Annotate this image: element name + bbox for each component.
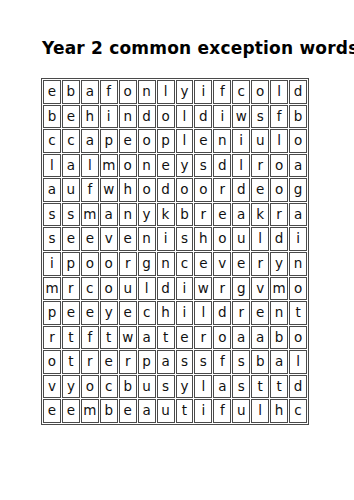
grid-cell[interactable]: f bbox=[81, 178, 99, 202]
grid-cell[interactable]: d bbox=[232, 178, 250, 202]
grid-cell[interactable]: v bbox=[251, 277, 269, 301]
grid-cell[interactable]: a bbox=[138, 399, 156, 423]
grid-cell[interactable]: g bbox=[289, 178, 307, 202]
grid-cell[interactable]: c bbox=[100, 375, 118, 399]
grid-cell[interactable]: d bbox=[213, 301, 231, 325]
grid-cell[interactable]: e bbox=[43, 399, 61, 423]
grid-cell[interactable]: o bbox=[289, 129, 307, 153]
grid-cell[interactable]: e bbox=[176, 326, 194, 350]
grid-cell[interactable]: u bbox=[62, 178, 80, 202]
grid-cell[interactable]: o bbox=[289, 277, 307, 301]
grid-cell[interactable]: o bbox=[289, 326, 307, 350]
grid-cell[interactable]: r bbox=[270, 203, 288, 227]
grid-cell[interactable]: r bbox=[119, 252, 137, 276]
grid-cell[interactable]: e bbox=[119, 301, 137, 325]
grid-cell[interactable]: n bbox=[157, 252, 175, 276]
grid-cell[interactable]: t bbox=[289, 301, 307, 325]
grid-cell[interactable]: n bbox=[119, 105, 137, 129]
grid-cell[interactable]: y bbox=[176, 80, 194, 104]
grid-cell[interactable]: c bbox=[62, 129, 80, 153]
grid-cell[interactable]: c bbox=[289, 399, 307, 423]
grid-cell[interactable]: y bbox=[100, 301, 118, 325]
grid-cell[interactable]: u bbox=[119, 277, 137, 301]
grid-cell[interactable]: y bbox=[138, 203, 156, 227]
grid-cell[interactable]: o bbox=[270, 154, 288, 178]
grid-cell[interactable]: a bbox=[138, 326, 156, 350]
grid-cell[interactable]: w bbox=[194, 277, 212, 301]
grid-cell[interactable]: l bbox=[138, 277, 156, 301]
grid-cell[interactable]: o bbox=[213, 227, 231, 251]
grid-cell[interactable]: l bbox=[176, 129, 194, 153]
grid-cell[interactable]: a bbox=[289, 154, 307, 178]
grid-cell[interactable]: l bbox=[270, 80, 288, 104]
grid-cell[interactable]: n bbox=[270, 301, 288, 325]
grid-cell[interactable]: w bbox=[119, 326, 137, 350]
grid-cell[interactable]: e bbox=[232, 252, 250, 276]
grid-cell[interactable]: f bbox=[100, 80, 118, 104]
grid-cell[interactable]: y bbox=[176, 375, 194, 399]
grid-cell[interactable]: o bbox=[100, 252, 118, 276]
grid-cell[interactable]: n bbox=[138, 80, 156, 104]
grid-cell[interactable]: l bbox=[232, 154, 250, 178]
grid-cell[interactable]: o bbox=[43, 350, 61, 374]
grid-cell[interactable]: e bbox=[62, 227, 80, 251]
grid-cell[interactable]: s bbox=[176, 350, 194, 374]
grid-cell[interactable]: b bbox=[176, 203, 194, 227]
grid-cell[interactable]: r bbox=[213, 277, 231, 301]
grid-cell[interactable]: a bbox=[232, 326, 250, 350]
grid-cell[interactable]: e bbox=[194, 252, 212, 276]
grid-cell[interactable]: r bbox=[81, 350, 99, 374]
grid-cell[interactable]: l bbox=[289, 350, 307, 374]
grid-cell[interactable]: e bbox=[62, 301, 80, 325]
grid-cell[interactable]: t bbox=[176, 399, 194, 423]
grid-cell[interactable]: e bbox=[157, 154, 175, 178]
grid-cell[interactable]: o bbox=[176, 178, 194, 202]
grid-cell[interactable]: h bbox=[194, 227, 212, 251]
grid-cell[interactable]: s bbox=[157, 375, 175, 399]
grid-cell[interactable]: o bbox=[81, 252, 99, 276]
grid-cell[interactable]: u bbox=[232, 227, 250, 251]
grid-cell[interactable]: c bbox=[43, 129, 61, 153]
grid-cell[interactable]: t bbox=[251, 375, 269, 399]
grid-cell[interactable]: s bbox=[251, 105, 269, 129]
grid-cell[interactable]: b bbox=[100, 399, 118, 423]
grid-cell[interactable]: u bbox=[138, 375, 156, 399]
grid-cell[interactable]: i bbox=[43, 252, 61, 276]
word-search-grid: ebafonlyifcoldbehindoldiwsfbccapeopleniu… bbox=[41, 78, 309, 425]
grid-cell[interactable]: r bbox=[194, 203, 212, 227]
grid-cell[interactable]: e bbox=[100, 350, 118, 374]
grid-cell[interactable]: v bbox=[213, 252, 231, 276]
grid-cell[interactable]: m bbox=[81, 399, 99, 423]
grid-cell[interactable]: l bbox=[251, 227, 269, 251]
grid-cell[interactable]: a bbox=[270, 350, 288, 374]
grid-cell[interactable]: k bbox=[157, 203, 175, 227]
grid-cell[interactable]: o bbox=[119, 154, 137, 178]
grid-cell[interactable]: e bbox=[119, 227, 137, 251]
grid-cell[interactable]: v bbox=[43, 375, 61, 399]
grid-cell[interactable]: i bbox=[176, 301, 194, 325]
grid-cell[interactable]: c bbox=[81, 277, 99, 301]
grid-cell[interactable]: a bbox=[81, 129, 99, 153]
puzzle-title: Year 2 common exception words bbox=[42, 38, 354, 58]
grid-cell[interactable]: o bbox=[138, 129, 156, 153]
grid-cell[interactable]: f bbox=[81, 326, 99, 350]
grid-cell[interactable]: t bbox=[100, 326, 118, 350]
grid-cell[interactable]: i bbox=[289, 227, 307, 251]
grid-cell[interactable]: c bbox=[176, 252, 194, 276]
grid-cell[interactable]: g bbox=[232, 277, 250, 301]
grid-cell[interactable]: f bbox=[213, 80, 231, 104]
grid-cell[interactable]: c bbox=[138, 301, 156, 325]
grid-cell[interactable]: a bbox=[62, 154, 80, 178]
grid-cell[interactable]: a bbox=[81, 80, 99, 104]
grid-cell[interactable]: h bbox=[119, 178, 137, 202]
grid-cell[interactable]: h bbox=[157, 301, 175, 325]
grid-cell[interactable]: e bbox=[81, 227, 99, 251]
grid-cell[interactable]: e bbox=[194, 129, 212, 153]
grid-cell[interactable]: d bbox=[157, 277, 175, 301]
grid-cell[interactable]: a bbox=[43, 178, 61, 202]
grid-cell[interactable]: l bbox=[251, 399, 269, 423]
grid-cell[interactable]: p bbox=[62, 252, 80, 276]
grid-cell[interactable]: n bbox=[289, 252, 307, 276]
grid-cell[interactable]: b bbox=[119, 375, 137, 399]
grid-cell[interactable]: e bbox=[251, 178, 269, 202]
grid-cell[interactable]: n bbox=[119, 203, 137, 227]
grid-cell[interactable]: d bbox=[138, 105, 156, 129]
grid-cell[interactable]: d bbox=[289, 80, 307, 104]
grid-cell[interactable]: p bbox=[138, 350, 156, 374]
grid-cell[interactable]: e bbox=[213, 203, 231, 227]
grid-cell[interactable]: o bbox=[138, 178, 156, 202]
grid-cell[interactable]: t bbox=[157, 326, 175, 350]
grid-cell[interactable]: t bbox=[270, 375, 288, 399]
grid-cell[interactable]: n bbox=[138, 227, 156, 251]
grid-cell[interactable]: f bbox=[213, 399, 231, 423]
grid-cell[interactable]: m bbox=[270, 277, 288, 301]
grid-cell[interactable]: i bbox=[176, 277, 194, 301]
grid-cell[interactable]: u bbox=[157, 399, 175, 423]
grid-cell[interactable]: n bbox=[213, 129, 231, 153]
grid-cell[interactable]: d bbox=[213, 154, 231, 178]
grid-cell[interactable]: l bbox=[194, 375, 212, 399]
grid-cell[interactable]: e bbox=[251, 301, 269, 325]
grid-cell[interactable]: a bbox=[100, 203, 118, 227]
grid-cell[interactable]: l bbox=[270, 129, 288, 153]
grid-cell[interactable]: a bbox=[157, 350, 175, 374]
grid-cell[interactable]: d bbox=[157, 178, 175, 202]
grid-cell[interactable]: p bbox=[100, 129, 118, 153]
grid-cell[interactable]: p bbox=[157, 129, 175, 153]
grid-cell[interactable]: s bbox=[43, 203, 61, 227]
grid-cell[interactable]: o bbox=[194, 178, 212, 202]
grid-cell[interactable]: g bbox=[138, 252, 156, 276]
grid-cell[interactable]: o bbox=[213, 326, 231, 350]
grid-cell[interactable]: l bbox=[176, 105, 194, 129]
grid-cell[interactable]: r bbox=[194, 326, 212, 350]
grid-cell[interactable]: r bbox=[251, 154, 269, 178]
grid-cell[interactable]: a bbox=[232, 203, 250, 227]
grid-cell[interactable]: e bbox=[62, 399, 80, 423]
grid-cell[interactable]: i bbox=[157, 227, 175, 251]
grid-cell[interactable]: r bbox=[232, 301, 250, 325]
grid-cell[interactable]: b bbox=[270, 326, 288, 350]
grid-cell[interactable]: y bbox=[270, 252, 288, 276]
grid-cell[interactable]: y bbox=[62, 375, 80, 399]
grid-cell[interactable]: h bbox=[81, 105, 99, 129]
grid-cell[interactable]: i bbox=[100, 105, 118, 129]
grid-cell[interactable]: d bbox=[289, 375, 307, 399]
grid-cell[interactable]: i bbox=[213, 105, 231, 129]
grid-cell[interactable]: e bbox=[119, 399, 137, 423]
grid-cell[interactable]: s bbox=[194, 154, 212, 178]
grid-cell[interactable]: t bbox=[62, 350, 80, 374]
grid-cell[interactable]: b bbox=[62, 80, 80, 104]
grid-cell[interactable]: v bbox=[100, 227, 118, 251]
grid-cell[interactable]: w bbox=[100, 178, 118, 202]
grid-cell[interactable]: e bbox=[119, 129, 137, 153]
grid-cell[interactable]: i bbox=[194, 399, 212, 423]
grid-cell[interactable]: l bbox=[157, 80, 175, 104]
grid-cell[interactable]: e bbox=[81, 301, 99, 325]
grid-cell[interactable]: d bbox=[194, 105, 212, 129]
grid-cell[interactable]: l bbox=[194, 301, 212, 325]
grid-cell[interactable]: u bbox=[232, 399, 250, 423]
grid-cell[interactable]: b bbox=[251, 350, 269, 374]
grid-cell[interactable]: b bbox=[289, 105, 307, 129]
grid-cell[interactable]: k bbox=[251, 203, 269, 227]
grid-cell[interactable]: t bbox=[62, 326, 80, 350]
grid-cell[interactable]: y bbox=[176, 154, 194, 178]
grid-cell[interactable]: d bbox=[270, 227, 288, 251]
grid-cell[interactable]: o bbox=[251, 80, 269, 104]
grid-cell[interactable]: n bbox=[138, 154, 156, 178]
grid-cell[interactable]: e bbox=[62, 105, 80, 129]
grid-cell[interactable]: m bbox=[100, 154, 118, 178]
grid-cell[interactable]: s bbox=[62, 203, 80, 227]
grid-cell[interactable]: r bbox=[213, 178, 231, 202]
grid-cell[interactable]: r bbox=[119, 350, 137, 374]
grid-cell[interactable]: a bbox=[289, 203, 307, 227]
grid-cell[interactable]: p bbox=[43, 301, 61, 325]
grid-cell[interactable]: f bbox=[213, 350, 231, 374]
grid-cell[interactable]: s bbox=[194, 350, 212, 374]
grid-cell[interactable]: o bbox=[157, 105, 175, 129]
grid-cell[interactable]: f bbox=[270, 105, 288, 129]
grid-cell[interactable]: r bbox=[43, 326, 61, 350]
grid-cell[interactable]: r bbox=[251, 252, 269, 276]
grid-cell[interactable]: h bbox=[270, 399, 288, 423]
grid-cell[interactable]: s bbox=[176, 227, 194, 251]
grid-cell[interactable]: m bbox=[81, 203, 99, 227]
worksheet-page: Year 2 common exception words ebafonlyif… bbox=[0, 0, 354, 500]
grid-cell[interactable]: u bbox=[251, 129, 269, 153]
grid-cell[interactable]: o bbox=[100, 277, 118, 301]
grid-cell[interactable]: m bbox=[43, 277, 61, 301]
grid-cell[interactable]: o bbox=[119, 80, 137, 104]
grid-cell[interactable]: e bbox=[43, 80, 61, 104]
grid-cell[interactable]: a bbox=[213, 375, 231, 399]
grid-cell[interactable]: l bbox=[81, 154, 99, 178]
grid-cell[interactable]: i bbox=[194, 80, 212, 104]
grid-cell[interactable]: w bbox=[232, 105, 250, 129]
grid-cell[interactable]: l bbox=[43, 154, 61, 178]
grid-cell[interactable]: s bbox=[43, 227, 61, 251]
grid-cell[interactable]: a bbox=[251, 326, 269, 350]
grid-cell[interactable]: r bbox=[62, 277, 80, 301]
grid-cell[interactable]: i bbox=[232, 129, 250, 153]
grid-cell[interactable]: c bbox=[232, 80, 250, 104]
grid-cell[interactable]: o bbox=[270, 178, 288, 202]
grid-cell[interactable]: b bbox=[43, 105, 61, 129]
grid-cell[interactable]: s bbox=[232, 375, 250, 399]
grid-cell[interactable]: o bbox=[81, 375, 99, 399]
grid-cell[interactable]: s bbox=[232, 350, 250, 374]
